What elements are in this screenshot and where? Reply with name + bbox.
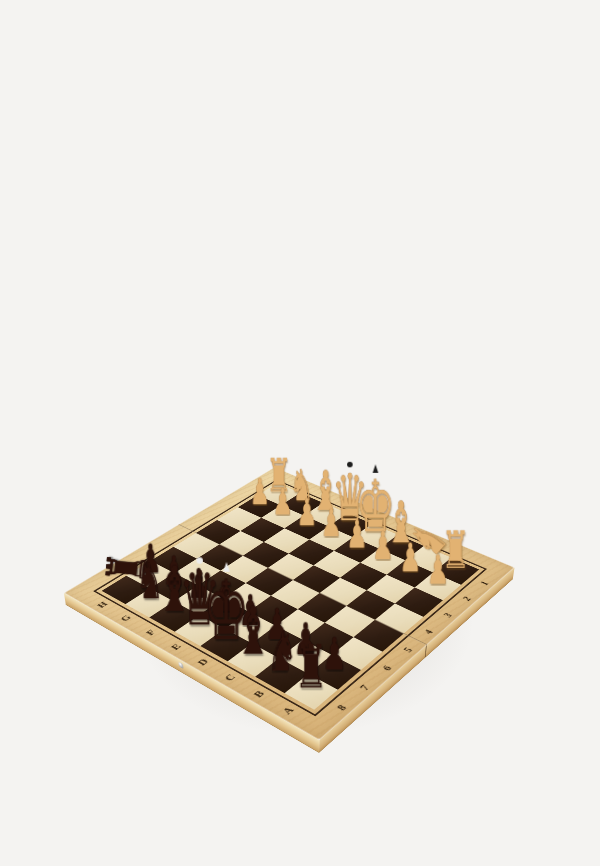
black-rook: ♜ [271, 632, 351, 692]
pieces-layer: ♜♞♝♚♛♝♞♜♟♟♟♟♟♟♟♟♟♟♟♟♟♟♟♟♜♞♝♚♛♝♞♜ [64, 467, 515, 740]
dark-finial-tip-icon [373, 464, 379, 472]
product-photo-stage: HGFEDCBA12345678 ♜♞♝♚♛♝♞♜♟♟♟♟♟♟♟♟♟♟♟♟♟♟♟… [0, 0, 600, 866]
chess-board: HGFEDCBA12345678 ♜♞♝♚♛♝♞♜♟♟♟♟♟♟♟♟♟♟♟♟♟♟♟… [64, 467, 515, 740]
light-finial-tip-icon [223, 562, 230, 572]
fold-seam-edge [425, 645, 427, 658]
board-surface: HGFEDCBA12345678 ♜♞♝♚♛♝♞♜♟♟♟♟♟♟♟♟♟♟♟♟♟♟♟… [64, 467, 515, 740]
clasp-screw-icon [178, 662, 183, 670]
white-pawn: ♟ [403, 546, 474, 586]
rook-glyph: ♜ [286, 637, 336, 697]
scene: HGFEDCBA12345678 ♜♞♝♚♛♝♞♜♟♟♟♟♟♟♟♟♟♟♟♟♟♟♟… [0, 0, 600, 866]
pawn-glyph: ♟ [416, 549, 460, 589]
